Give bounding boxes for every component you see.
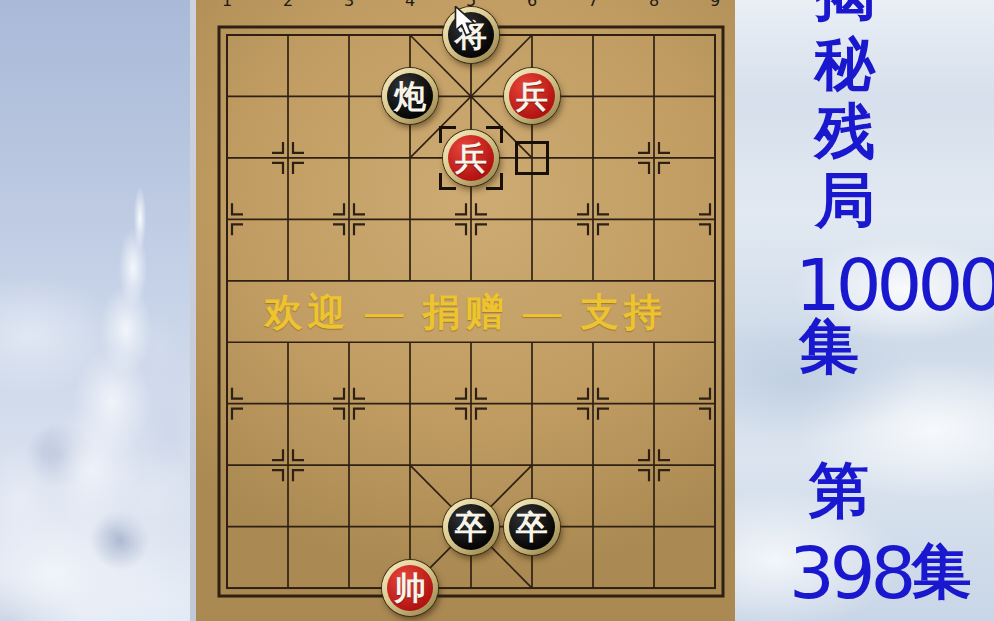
- piece-glyph: 帅: [394, 572, 426, 604]
- title-char-3: 残: [815, 101, 875, 163]
- title-char-1: 揭: [815, 0, 875, 24]
- piece-glyph: 炮: [394, 80, 426, 112]
- title-count-number: 10000: [795, 248, 994, 323]
- column-label-7: 7: [583, 0, 603, 9]
- title-char-2: 秘: [815, 33, 875, 95]
- frame-corner-tl: [439, 126, 456, 143]
- piece-glyph: 卒: [455, 511, 487, 543]
- frame-corner-tr: [486, 126, 503, 143]
- column-label-2: 2: [278, 0, 298, 9]
- selected-piece-frame: [439, 126, 503, 190]
- column-label-3: 3: [339, 0, 359, 9]
- episode-unit: 集: [911, 539, 971, 605]
- column-label-4: 4: [400, 0, 420, 9]
- episode-line: 398集: [789, 536, 971, 611]
- move-from-marker: [515, 141, 549, 175]
- piece-black-卒[interactable]: 卒: [504, 499, 560, 555]
- piece-face: 卒: [448, 504, 494, 550]
- column-label-6: 6: [522, 0, 542, 9]
- title-panel: 揭 秘 残 局 10000 集 第 398集: [735, 0, 994, 621]
- piece-glyph: 兵: [516, 80, 548, 112]
- piece-black-卒[interactable]: 卒: [443, 499, 499, 555]
- snow-tree-photo: [0, 0, 196, 621]
- river-banner-text: 欢迎 — 捐赠 — 支持: [196, 291, 735, 333]
- frame-corner-bl: [439, 173, 456, 190]
- mouse-cursor-icon: [454, 6, 480, 38]
- snow-tree: [0, 0, 196, 621]
- piece-face: 兵: [509, 73, 555, 119]
- piece-glyph: 卒: [516, 511, 548, 543]
- piece-face: 卒: [509, 504, 555, 550]
- column-label-9: 9: [705, 0, 725, 9]
- episode-number: 398: [789, 531, 911, 615]
- video-frame: 123456789 欢迎 — 捐赠 — 支持 将炮兵兵卒卒帅 揭 秘 残 局 1…: [0, 0, 994, 621]
- title-count-unit: 集: [799, 316, 859, 378]
- title-char-4: 局: [815, 170, 875, 232]
- column-label-1: 1: [217, 0, 237, 9]
- frame-corner-br: [486, 173, 503, 190]
- piece-face: 炮: [387, 73, 433, 119]
- column-label-8: 8: [644, 0, 664, 9]
- piece-red-帅[interactable]: 帅: [382, 560, 438, 616]
- episode-prefix: 第: [809, 460, 869, 522]
- piece-face: 帅: [387, 565, 433, 611]
- xiangqi-board[interactable]: 123456789 欢迎 — 捐赠 — 支持 将炮兵兵卒卒帅: [196, 0, 735, 621]
